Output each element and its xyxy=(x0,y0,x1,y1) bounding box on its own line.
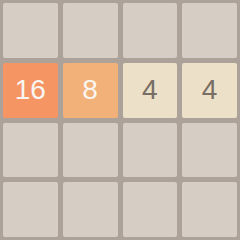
empty-cell-r3c1 xyxy=(3,123,58,178)
empty-cell-r1c3 xyxy=(123,3,178,58)
empty-cell-r1c4 xyxy=(182,3,237,58)
empty-cell-r1c2 xyxy=(63,3,118,58)
empty-cell-r4c2 xyxy=(63,182,118,237)
empty-cell-r3c2 xyxy=(63,123,118,178)
empty-cell-r4c4 xyxy=(182,182,237,237)
tile-4-r2c4: 4 xyxy=(182,63,237,118)
empty-cell-r4c3 xyxy=(123,182,178,237)
empty-cell-r1c1 xyxy=(3,3,58,58)
tile-4-r2c3: 4 xyxy=(123,63,178,118)
tile-16-r2c1: 16 xyxy=(3,63,58,118)
empty-cell-r4c1 xyxy=(3,182,58,237)
empty-cell-r3c3 xyxy=(123,123,178,178)
tile-8-r2c2: 8 xyxy=(63,63,118,118)
game-board-2048[interactable]: 16844 xyxy=(0,0,240,240)
empty-cell-r3c4 xyxy=(182,123,237,178)
